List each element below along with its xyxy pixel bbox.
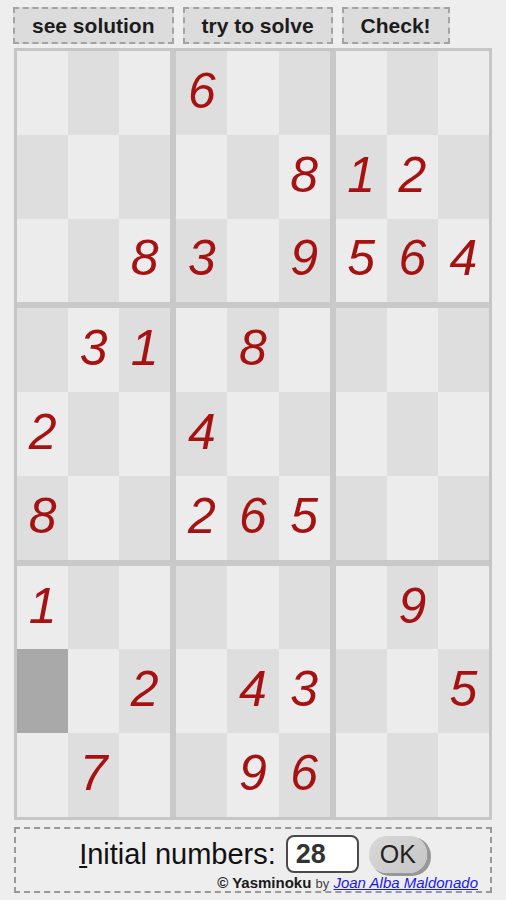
cell-r1c7[interactable] (336, 51, 387, 135)
cell-r5c2[interactable] (68, 392, 119, 476)
given-number: 6 (188, 66, 216, 120)
cell-r4c1[interactable] (17, 308, 68, 392)
cell-r7c2[interactable] (68, 566, 119, 650)
given-number: 5 (290, 491, 318, 545)
cell-r2c5[interactable] (227, 135, 278, 219)
cell-r7c3[interactable] (119, 566, 170, 650)
cell-r5c1[interactable]: 2 (17, 392, 68, 476)
given-number: 2 (188, 491, 216, 545)
given-number: 3 (188, 233, 216, 287)
cell-r5c8[interactable] (387, 392, 438, 476)
cell-r1c4[interactable]: 6 (176, 51, 227, 135)
cell-r9c9[interactable] (438, 733, 489, 817)
given-number: 9 (239, 748, 267, 802)
box-4: 3128 (17, 308, 170, 559)
cell-r4c6[interactable] (279, 308, 330, 392)
cell-r2c7[interactable]: 1 (336, 135, 387, 219)
cell-r8c6[interactable]: 3 (279, 649, 330, 733)
copyright-text: © Yasminoku (217, 874, 311, 891)
cell-r3c1[interactable] (17, 219, 68, 303)
credit-by-text: by (316, 876, 330, 891)
cell-r8c1[interactable] (17, 649, 68, 733)
credit-line: © Yasminoku by Joan Alba Maldonado (26, 874, 480, 891)
cell-r3c2[interactable] (68, 219, 119, 303)
given-number: 4 (239, 664, 267, 718)
cell-r9c7[interactable] (336, 733, 387, 817)
given-number: 3 (290, 664, 318, 718)
cell-r6c3[interactable] (119, 476, 170, 560)
cell-r1c9[interactable] (438, 51, 489, 135)
given-number: 2 (131, 664, 159, 718)
cell-r4c3[interactable]: 1 (119, 308, 170, 392)
cell-r2c1[interactable] (17, 135, 68, 219)
cell-r2c2[interactable] (68, 135, 119, 219)
check-button[interactable]: Check! (342, 7, 450, 44)
cell-r7c4[interactable] (176, 566, 227, 650)
given-number: 4 (450, 233, 478, 287)
given-number: 9 (290, 233, 318, 287)
cell-r6c7[interactable] (336, 476, 387, 560)
cell-r3c6[interactable]: 9 (279, 219, 330, 303)
footer-panel: Initial numbers: OK © Yasminoku by Joan … (14, 827, 492, 893)
cell-r3c5[interactable] (227, 219, 278, 303)
given-number: 5 (450, 664, 478, 718)
cell-r8c7[interactable] (336, 649, 387, 733)
given-number: 2 (29, 407, 57, 461)
cell-r8c4[interactable] (176, 649, 227, 733)
initial-numbers-input[interactable] (286, 835, 359, 873)
box-3: 12564 (336, 51, 489, 302)
cell-r6c1[interactable]: 8 (17, 476, 68, 560)
cell-r5c5[interactable] (227, 392, 278, 476)
cell-r3c8[interactable]: 6 (387, 219, 438, 303)
cell-r4c9[interactable] (438, 308, 489, 392)
cell-r7c8[interactable]: 9 (387, 566, 438, 650)
given-number: 5 (347, 233, 375, 287)
cell-r7c7[interactable] (336, 566, 387, 650)
cell-r3c4[interactable]: 3 (176, 219, 227, 303)
given-number: 1 (347, 150, 375, 204)
cell-r8c9[interactable]: 5 (438, 649, 489, 733)
cell-r4c8[interactable] (387, 308, 438, 392)
cell-r4c7[interactable] (336, 308, 387, 392)
cell-r2c4[interactable] (176, 135, 227, 219)
cell-r1c3[interactable] (119, 51, 170, 135)
cell-r6c4[interactable]: 2 (176, 476, 227, 560)
given-number: 4 (188, 407, 216, 461)
author-link[interactable]: Joan Alba Maldonado (333, 874, 478, 891)
cell-r5c4[interactable]: 4 (176, 392, 227, 476)
try-to-solve-button[interactable]: try to solve (183, 7, 333, 44)
cell-r2c8[interactable]: 2 (387, 135, 438, 219)
cell-r8c5[interactable]: 4 (227, 649, 278, 733)
box-2: 6839 (176, 51, 329, 302)
cell-r6c5[interactable]: 6 (227, 476, 278, 560)
box-6 (336, 308, 489, 559)
box-5: 84265 (176, 308, 329, 559)
cell-r1c1[interactable] (17, 51, 68, 135)
given-number: 9 (398, 581, 426, 635)
cell-r1c2[interactable] (68, 51, 119, 135)
cell-r4c4[interactable] (176, 308, 227, 392)
cell-r2c3[interactable] (119, 135, 170, 219)
box-9: 95 (336, 566, 489, 817)
cell-r1c5[interactable] (227, 51, 278, 135)
cell-r3c3[interactable]: 8 (119, 219, 170, 303)
given-number: 8 (290, 150, 318, 204)
cell-r9c6[interactable]: 6 (279, 733, 330, 817)
cell-r9c5[interactable]: 9 (227, 733, 278, 817)
cell-r9c8[interactable] (387, 733, 438, 817)
sudoku-board: 8683912564312884265127439695 (14, 48, 492, 820)
cell-r9c2[interactable]: 7 (68, 733, 119, 817)
cell-r6c2[interactable] (68, 476, 119, 560)
cell-r5c9[interactable] (438, 392, 489, 476)
given-number: 3 (80, 323, 108, 377)
cell-r3c9[interactable]: 4 (438, 219, 489, 303)
cell-r8c2[interactable] (68, 649, 119, 733)
cell-r7c5[interactable] (227, 566, 278, 650)
cell-r6c8[interactable] (387, 476, 438, 560)
cell-r4c5[interactable]: 8 (227, 308, 278, 392)
given-number: 1 (29, 581, 57, 635)
cell-r9c4[interactable] (176, 733, 227, 817)
cell-r8c3[interactable]: 2 (119, 649, 170, 733)
given-number: 6 (398, 233, 426, 287)
cell-r7c6[interactable] (279, 566, 330, 650)
box-8: 4396 (176, 566, 329, 817)
cell-r6c6[interactable]: 5 (279, 476, 330, 560)
box-7: 127 (17, 566, 170, 817)
cell-r3c7[interactable]: 5 (336, 219, 387, 303)
cell-r1c6[interactable] (279, 51, 330, 135)
given-number: 6 (290, 748, 318, 802)
box-1: 8 (17, 51, 170, 302)
given-number: 8 (29, 491, 57, 545)
cell-r2c6[interactable]: 8 (279, 135, 330, 219)
cell-r5c7[interactable] (336, 392, 387, 476)
given-number: 8 (239, 323, 267, 377)
given-number: 6 (239, 491, 267, 545)
cell-r2c9[interactable] (438, 135, 489, 219)
cell-r1c8[interactable] (387, 51, 438, 135)
given-number: 7 (80, 748, 108, 802)
cell-r9c1[interactable] (17, 733, 68, 817)
initial-numbers-label: Initial numbers: (79, 838, 276, 871)
cell-r9c3[interactable] (119, 733, 170, 817)
given-number: 2 (398, 150, 426, 204)
ok-button[interactable]: OK (369, 836, 427, 873)
see-solution-button[interactable]: see solution (13, 7, 174, 44)
cell-r7c1[interactable]: 1 (17, 566, 68, 650)
cell-r8c8[interactable] (387, 649, 438, 733)
toolbar: see solution try to solve Check! (0, 0, 506, 48)
given-number: 8 (131, 233, 159, 287)
cell-r7c9[interactable] (438, 566, 489, 650)
cell-r4c2[interactable]: 3 (68, 308, 119, 392)
cell-r6c9[interactable] (438, 476, 489, 560)
cell-r5c6[interactable] (279, 392, 330, 476)
cell-r5c3[interactable] (119, 392, 170, 476)
given-number: 1 (131, 323, 159, 377)
